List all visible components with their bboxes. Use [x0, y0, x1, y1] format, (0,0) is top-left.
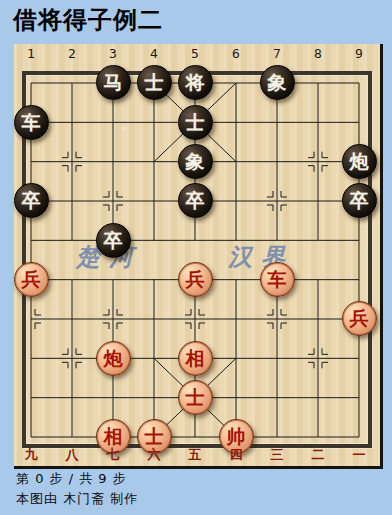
board-cell[interactable]: 马 — [93, 63, 134, 102]
board-cell[interactable] — [216, 378, 257, 417]
board-cell[interactable] — [216, 63, 257, 102]
board-cell[interactable] — [216, 142, 257, 181]
board-cell[interactable]: 士 — [175, 378, 216, 417]
board-cell[interactable] — [339, 260, 380, 299]
board-cell[interactable] — [52, 142, 93, 181]
piece-black[interactable]: 象 — [178, 144, 213, 179]
piece-black[interactable]: 士 — [178, 105, 213, 140]
board-cell[interactable]: 车 — [257, 260, 298, 299]
board-cell[interactable] — [257, 378, 298, 417]
board-cell[interactable] — [93, 103, 134, 142]
file-label-top-9: 9 — [339, 46, 380, 62]
piece-red[interactable]: 兵 — [342, 301, 377, 336]
board-cell[interactable] — [298, 378, 339, 417]
board-cell[interactable] — [52, 63, 93, 102]
board-cell[interactable]: 兵 — [175, 260, 216, 299]
board-cells: 马士将象车士象炮卒卒卒卒兵兵车兵炮相士相士帅 — [11, 63, 380, 456]
board-cell[interactable] — [216, 299, 257, 338]
board-cell[interactable] — [257, 142, 298, 181]
file-label-bottom-2: 八 — [52, 446, 93, 464]
board-cell[interactable] — [216, 339, 257, 378]
board-cell[interactable] — [298, 181, 339, 220]
credit-text: 本图由 木门斋 制作 — [16, 490, 138, 508]
piece-red[interactable]: 士 — [178, 380, 213, 415]
board-cell[interactable]: 卒 — [93, 221, 134, 260]
board-cell[interactable] — [52, 181, 93, 220]
board-cell[interactable]: 象 — [257, 63, 298, 102]
board-cell[interactable] — [257, 339, 298, 378]
page-title: 借将得子例二 — [13, 4, 163, 36]
board-cell[interactable]: 士 — [175, 103, 216, 142]
board-cell[interactable] — [298, 221, 339, 260]
board-cell[interactable]: 炮 — [93, 339, 134, 378]
board-cell[interactable] — [134, 103, 175, 142]
file-label-top-7: 7 — [257, 46, 298, 62]
piece-red[interactable]: 炮 — [96, 341, 131, 376]
piece-black[interactable]: 象 — [260, 65, 295, 100]
board-cell[interactable]: 象 — [175, 142, 216, 181]
board-cell[interactable] — [257, 221, 298, 260]
board-cell[interactable] — [52, 339, 93, 378]
piece-black[interactable]: 士 — [137, 65, 172, 100]
board-cell[interactable] — [257, 103, 298, 142]
file-label-bottom-7: 三 — [257, 446, 298, 464]
board-cell[interactable] — [93, 260, 134, 299]
board-cell[interactable] — [216, 103, 257, 142]
file-labels-bottom: 九八七六五四三二一 — [11, 446, 380, 462]
board-cell[interactable]: 相 — [175, 339, 216, 378]
piece-black[interactable]: 卒 — [14, 183, 49, 218]
board-cell[interactable] — [134, 181, 175, 220]
xiangqi-board[interactable]: 123456789 楚河 汉界 马士将象车士象炮卒卒卒卒兵兵车兵炮相士相士帅 九… — [14, 44, 383, 469]
board-cell[interactable] — [216, 260, 257, 299]
file-label-top-3: 3 — [93, 46, 134, 62]
file-label-top-5: 5 — [175, 46, 216, 62]
board-cell[interactable] — [134, 142, 175, 181]
board-cell[interactable] — [216, 221, 257, 260]
board-cell[interactable] — [298, 299, 339, 338]
board-cell[interactable] — [298, 339, 339, 378]
move-counter: 第 0 步 / 共 9 步 — [16, 470, 127, 488]
board-cell[interactable]: 士 — [134, 63, 175, 102]
board-cell[interactable]: 将 — [175, 63, 216, 102]
file-label-bottom-8: 二 — [298, 446, 339, 464]
board-cell[interactable] — [11, 63, 52, 102]
board-cell[interactable] — [175, 221, 216, 260]
board-cell[interactable] — [52, 299, 93, 338]
board-cell[interactable] — [11, 221, 52, 260]
file-label-top-6: 6 — [216, 46, 257, 62]
board-cell[interactable] — [52, 103, 93, 142]
board-cell[interactable]: 炮 — [339, 142, 380, 181]
board-cell[interactable] — [93, 181, 134, 220]
board-cell[interactable] — [175, 299, 216, 338]
board-cell[interactable] — [52, 221, 93, 260]
file-label-bottom-9: 一 — [339, 446, 380, 464]
file-label-top-8: 8 — [298, 46, 339, 62]
piece-black[interactable]: 炮 — [342, 144, 377, 179]
board-cell[interactable] — [134, 378, 175, 417]
board-cell[interactable]: 兵 — [339, 299, 380, 338]
piece-red[interactable]: 车 — [260, 262, 295, 297]
piece-black[interactable]: 车 — [14, 105, 49, 140]
piece-red[interactable]: 兵 — [14, 262, 49, 297]
board-cell[interactable] — [298, 260, 339, 299]
piece-red[interactable]: 相 — [178, 341, 213, 376]
board-cell[interactable] — [298, 63, 339, 102]
board-cell[interactable] — [134, 221, 175, 260]
board-cell[interactable] — [257, 299, 298, 338]
file-label-bottom-6: 四 — [216, 446, 257, 464]
board-cell[interactable] — [257, 181, 298, 220]
board-cell[interactable] — [339, 339, 380, 378]
piece-black[interactable]: 卒 — [178, 183, 213, 218]
piece-black[interactable]: 马 — [96, 65, 131, 100]
file-label-bottom-4: 六 — [134, 446, 175, 464]
board-cell[interactable] — [134, 299, 175, 338]
board-cell[interactable] — [339, 378, 380, 417]
board-cell[interactable] — [11, 339, 52, 378]
piece-red[interactable]: 兵 — [178, 262, 213, 297]
board-cell[interactable]: 卒 — [11, 181, 52, 220]
board-cell[interactable] — [298, 142, 339, 181]
board-cell[interactable] — [93, 299, 134, 338]
board-cell[interactable] — [134, 260, 175, 299]
board-cell[interactable] — [134, 339, 175, 378]
file-label-bottom-5: 五 — [175, 446, 216, 464]
board-cell[interactable] — [93, 378, 134, 417]
board-cell[interactable]: 卒 — [339, 181, 380, 220]
board-cell[interactable] — [11, 299, 52, 338]
piece-black[interactable]: 卒 — [342, 183, 377, 218]
board-cell[interactable] — [339, 221, 380, 260]
file-labels-top: 123456789 — [11, 46, 380, 62]
board-cell[interactable]: 兵 — [11, 260, 52, 299]
file-label-top-4: 4 — [134, 46, 175, 62]
file-label-bottom-3: 七 — [93, 446, 134, 464]
file-label-top-2: 2 — [52, 46, 93, 62]
board-cell[interactable] — [298, 103, 339, 142]
board-cell[interactable] — [339, 63, 380, 102]
piece-black[interactable]: 将 — [178, 65, 213, 100]
file-label-top-1: 1 — [11, 46, 52, 62]
board-cell[interactable] — [216, 181, 257, 220]
board-cell[interactable]: 卒 — [175, 181, 216, 220]
board-cell[interactable] — [11, 142, 52, 181]
board-cell[interactable]: 车 — [11, 103, 52, 142]
board-cell[interactable] — [52, 378, 93, 417]
board-cell[interactable] — [93, 142, 134, 181]
board-cell[interactable] — [339, 103, 380, 142]
piece-black[interactable]: 卒 — [96, 223, 131, 258]
board-cell[interactable] — [11, 378, 52, 417]
file-label-bottom-1: 九 — [11, 446, 52, 464]
board-cell[interactable] — [52, 260, 93, 299]
